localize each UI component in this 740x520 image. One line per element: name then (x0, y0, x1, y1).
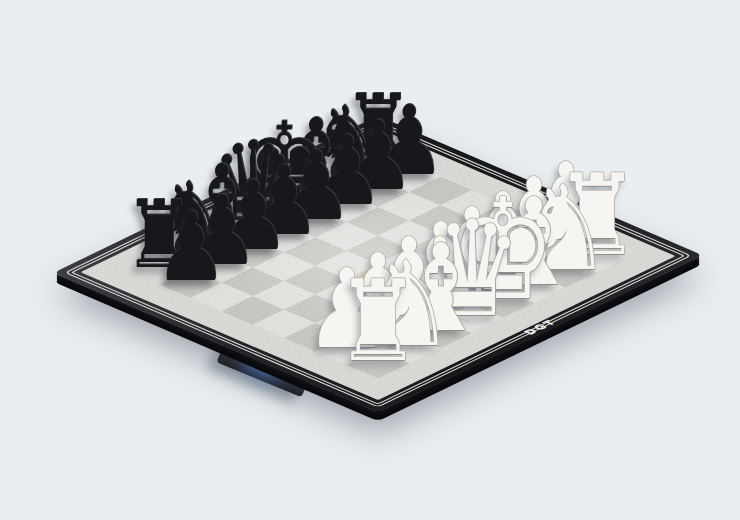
pieces-layer: ♜♟♞♟♝♟♚♟♛♟♝♟♟♞♜♟♟♜♞♟♟♝♟♚♟♛♟♝♟♞♟♜ (0, 0, 740, 520)
scene: DGT ♜♟♞♟♝♟♚♟♛♟♝♟♟♞♜♟♟♜♞♟♟♝♟♚♟♛♟♝♟♞♟♜ (0, 0, 740, 520)
piece-white-rook[interactable]: ♜ (335, 265, 421, 377)
piece-black-pawn[interactable]: ♟ (154, 199, 227, 295)
